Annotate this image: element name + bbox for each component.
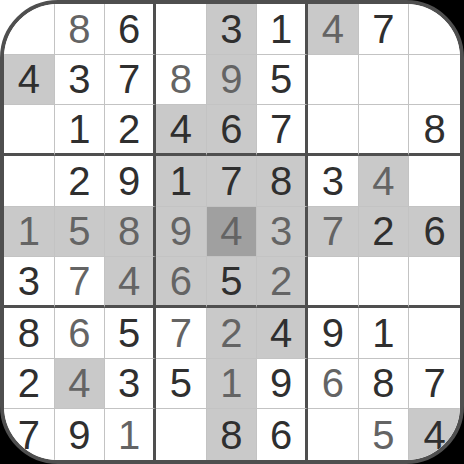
cell-r2c7[interactable] xyxy=(308,55,359,106)
cell-r5c3[interactable]: 8 xyxy=(105,207,156,258)
cell-r2c8[interactable] xyxy=(359,55,410,106)
sudoku-board: 8631474378951246782917834158943726374652… xyxy=(0,0,464,464)
cell-r8c5[interactable]: 1 xyxy=(207,359,258,410)
cell-r5c4[interactable]: 9 xyxy=(156,207,207,258)
cell-r6c1[interactable]: 3 xyxy=(4,257,55,308)
cell-r6c7[interactable] xyxy=(308,257,359,308)
cell-r8c3[interactable]: 3 xyxy=(105,359,156,410)
cell-r7c7[interactable]: 9 xyxy=(308,308,359,359)
cell-r9c7[interactable] xyxy=(308,409,359,460)
cell-r1c3[interactable]: 6 xyxy=(105,4,156,55)
cell-r4c5[interactable]: 7 xyxy=(207,156,258,207)
cell-r2c3[interactable]: 7 xyxy=(105,55,156,106)
cell-r9c6[interactable]: 6 xyxy=(257,409,308,460)
cell-r8c8[interactable]: 8 xyxy=(359,359,410,410)
cell-r7c3[interactable]: 5 xyxy=(105,308,156,359)
cell-r7c8[interactable]: 1 xyxy=(359,308,410,359)
cell-r1c7[interactable]: 4 xyxy=(308,4,359,55)
cell-r5c9[interactable]: 6 xyxy=(409,207,460,258)
cell-r6c6[interactable]: 2 xyxy=(257,257,308,308)
cell-r5c1[interactable]: 1 xyxy=(4,207,55,258)
cell-r2c4[interactable]: 8 xyxy=(156,55,207,106)
cell-r2c6[interactable]: 5 xyxy=(257,55,308,106)
cell-r9c4[interactable] xyxy=(156,409,207,460)
cell-r3c1[interactable] xyxy=(4,105,55,156)
cell-r5c7[interactable]: 7 xyxy=(308,207,359,258)
cell-r8c2[interactable]: 4 xyxy=(55,359,106,410)
cell-r4c8[interactable]: 4 xyxy=(359,156,410,207)
cell-r7c6[interactable]: 4 xyxy=(257,308,308,359)
cell-r3c7[interactable] xyxy=(308,105,359,156)
cell-r4c9[interactable] xyxy=(409,156,460,207)
cell-r6c8[interactable] xyxy=(359,257,410,308)
cell-r9c3[interactable]: 1 xyxy=(105,409,156,460)
cell-r3c9[interactable]: 8 xyxy=(409,105,460,156)
cell-r1c2[interactable]: 8 xyxy=(55,4,106,55)
cell-r8c9[interactable]: 7 xyxy=(409,359,460,410)
cell-r9c2[interactable]: 9 xyxy=(55,409,106,460)
cell-r4c3[interactable]: 9 xyxy=(105,156,156,207)
cell-r1c5[interactable]: 3 xyxy=(207,4,258,55)
cell-r7c1[interactable]: 8 xyxy=(4,308,55,359)
cell-r8c1[interactable]: 2 xyxy=(4,359,55,410)
cell-r7c9[interactable] xyxy=(409,308,460,359)
cell-r9c8[interactable]: 5 xyxy=(359,409,410,460)
cell-r5c2[interactable]: 5 xyxy=(55,207,106,258)
cell-r3c5[interactable]: 6 xyxy=(207,105,258,156)
cell-r6c5[interactable]: 5 xyxy=(207,257,258,308)
cell-r1c1[interactable] xyxy=(4,4,55,55)
cell-r4c7[interactable]: 3 xyxy=(308,156,359,207)
cell-r9c9[interactable]: 4 xyxy=(409,409,460,460)
cell-r4c6[interactable]: 8 xyxy=(257,156,308,207)
cell-r3c6[interactable]: 7 xyxy=(257,105,308,156)
cell-r6c3[interactable]: 4 xyxy=(105,257,156,308)
cell-r5c8[interactable]: 2 xyxy=(359,207,410,258)
cell-r1c6[interactable]: 1 xyxy=(257,4,308,55)
cell-r7c2[interactable]: 6 xyxy=(55,308,106,359)
cell-r1c4[interactable] xyxy=(156,4,207,55)
cell-r9c1[interactable]: 7 xyxy=(4,409,55,460)
cell-r2c9[interactable] xyxy=(409,55,460,106)
cell-r2c1[interactable]: 4 xyxy=(4,55,55,106)
cell-r3c4[interactable]: 4 xyxy=(156,105,207,156)
cell-r8c7[interactable]: 6 xyxy=(308,359,359,410)
cell-r1c9[interactable] xyxy=(409,4,460,55)
cell-r1c8[interactable]: 7 xyxy=(359,4,410,55)
cell-r5c6[interactable]: 3 xyxy=(257,207,308,258)
cell-r6c4[interactable]: 6 xyxy=(156,257,207,308)
cell-r6c9[interactable] xyxy=(409,257,460,308)
cell-r5c5[interactable]: 4 xyxy=(207,207,258,258)
cell-r9c5[interactable]: 8 xyxy=(207,409,258,460)
cell-r2c2[interactable]: 3 xyxy=(55,55,106,106)
cell-r8c6[interactable]: 9 xyxy=(257,359,308,410)
cell-r4c4[interactable]: 1 xyxy=(156,156,207,207)
cell-r3c2[interactable]: 1 xyxy=(55,105,106,156)
cell-r8c4[interactable]: 5 xyxy=(156,359,207,410)
cell-r2c5[interactable]: 9 xyxy=(207,55,258,106)
cell-r4c2[interactable]: 2 xyxy=(55,156,106,207)
cell-r3c8[interactable] xyxy=(359,105,410,156)
cell-r4c1[interactable] xyxy=(4,156,55,207)
cell-r3c3[interactable]: 2 xyxy=(105,105,156,156)
cell-r7c4[interactable]: 7 xyxy=(156,308,207,359)
cell-r6c2[interactable]: 7 xyxy=(55,257,106,308)
cell-r7c5[interactable]: 2 xyxy=(207,308,258,359)
